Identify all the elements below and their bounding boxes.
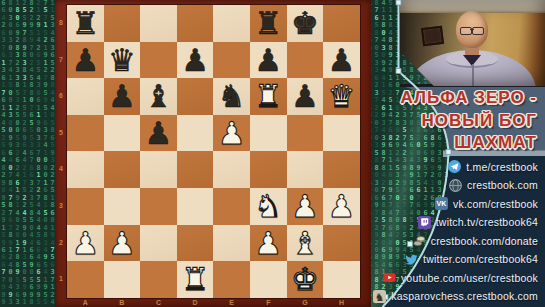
white-pawn-piece: ♟ — [250, 225, 287, 262]
square-e1[interactable] — [213, 261, 250, 298]
file-label-g: G — [287, 299, 324, 306]
square-d8[interactable] — [177, 5, 214, 42]
square-d3[interactable] — [177, 188, 214, 225]
square-c6[interactable]: ♝ — [140, 78, 177, 115]
square-e3[interactable] — [213, 188, 250, 225]
square-e7[interactable] — [213, 42, 250, 79]
square-h2[interactable] — [323, 225, 360, 262]
square-g4[interactable] — [287, 151, 324, 188]
link-row-crestbook-com-donate[interactable]: crestbook.com/donate — [378, 232, 545, 249]
matrix-background-left: 6812827160852151430522752069991360975154… — [0, 0, 56, 307]
white-queen-piece: ♛ — [323, 78, 360, 115]
square-b3[interactable] — [104, 188, 141, 225]
file-label-a: A — [67, 299, 104, 306]
square-f4[interactable] — [250, 151, 287, 188]
square-f3[interactable]: ♞ — [250, 188, 287, 225]
square-f7[interactable]: ♟ — [250, 42, 287, 79]
knight-logo-icon: ♞ — [373, 290, 386, 303]
black-queen-piece: ♛ — [104, 42, 141, 79]
file-label-h: H — [323, 299, 360, 306]
square-b7[interactable]: ♛ — [104, 42, 141, 79]
square-h3[interactable]: ♟ — [323, 188, 360, 225]
rank-label-6: 6 — [55, 92, 67, 99]
square-a2[interactable]: ♟ — [67, 225, 104, 262]
title-line-2: НОВЫЙ БОГ — [387, 110, 537, 133]
rank-label-5: 5 — [55, 129, 67, 136]
square-g2[interactable]: ♝ — [287, 225, 324, 262]
link-label: kasparovchess.crestbook.com — [391, 290, 538, 302]
square-h6[interactable]: ♛ — [323, 78, 360, 115]
svg-text:♞: ♞ — [375, 291, 385, 303]
link-label: twitter.com/crestbook64 — [423, 253, 538, 265]
square-d4[interactable] — [177, 151, 214, 188]
social-links-list: t.me/crestbookcrestbook.comVKvk.com/cres… — [378, 158, 545, 305]
rank-label-1: 1 — [55, 275, 67, 282]
black-pawn-piece: ♟ — [177, 42, 214, 79]
link-label: twitch.tv/crestbook64 — [436, 216, 538, 228]
black-king-piece: ♚ — [287, 5, 324, 42]
square-d7[interactable]: ♟ — [177, 42, 214, 79]
square-h1[interactable] — [323, 261, 360, 298]
square-b8[interactable] — [104, 5, 141, 42]
square-a5[interactable] — [67, 115, 104, 152]
square-b6[interactable]: ♟ — [104, 78, 141, 115]
white-pawn-piece: ♟ — [287, 188, 324, 225]
black-pawn-piece: ♟ — [67, 42, 104, 79]
white-pawn-piece: ♟ — [213, 115, 250, 152]
link-row-kasparovchess-crestbook-com[interactable]: ♞kasparovchess.crestbook.com — [378, 288, 545, 305]
square-a7[interactable]: ♟ — [67, 42, 104, 79]
vk-icon: VK — [435, 197, 448, 210]
square-c7[interactable] — [140, 42, 177, 79]
black-knight-piece: ♞ — [213, 78, 250, 115]
link-label: crestbook.com — [467, 179, 538, 191]
donate-coins-icon — [413, 234, 426, 247]
chess-board: ♜♜♚♟♛♟♟♟♟♝♞♜♟♛♟♟♞♟♟♟♟♟♝♜♚ 87654321ABCDEF… — [55, 0, 371, 307]
square-e5[interactable]: ♟ — [213, 115, 250, 152]
square-g3[interactable]: ♟ — [287, 188, 324, 225]
square-f8[interactable]: ♜ — [250, 5, 287, 42]
square-c5[interactable]: ♟ — [140, 115, 177, 152]
square-h8[interactable] — [323, 5, 360, 42]
white-rook-piece: ♜ — [250, 78, 287, 115]
square-g5[interactable] — [287, 115, 324, 152]
square-f6[interactable]: ♜ — [250, 78, 287, 115]
square-d1[interactable]: ♜ — [177, 261, 214, 298]
link-row-vk-com-crestbook[interactable]: VKvk.com/crestbook — [378, 195, 545, 212]
square-e8[interactable] — [213, 5, 250, 42]
title-line-1: АЛЬФА ЗЕРО - — [387, 87, 537, 110]
square-a6[interactable] — [67, 78, 104, 115]
black-rook-piece: ♜ — [250, 5, 287, 42]
file-label-e: E — [213, 299, 250, 306]
square-f5[interactable] — [250, 115, 287, 152]
black-rook-piece: ♜ — [67, 5, 104, 42]
black-pawn-piece: ♟ — [323, 42, 360, 79]
video-title: АЛЬФА ЗЕРО - НОВЫЙ БОГ ШАХМАТ — [387, 87, 545, 155]
link-row-crestbook-com[interactable]: crestbook.com — [378, 177, 545, 194]
youtube-icon — [383, 271, 396, 284]
square-c8[interactable] — [140, 5, 177, 42]
square-e2[interactable] — [213, 225, 250, 262]
white-pawn-piece: ♟ — [104, 225, 141, 262]
white-king-piece: ♚ — [287, 261, 324, 298]
svg-text:VK: VK — [437, 201, 448, 208]
black-pawn-piece: ♟ — [140, 115, 177, 152]
square-b4[interactable] — [104, 151, 141, 188]
square-b5[interactable] — [104, 115, 141, 152]
square-h4[interactable] — [323, 151, 360, 188]
white-bishop-piece: ♝ — [287, 225, 324, 262]
link-label: crestbook.com/donate — [431, 235, 538, 247]
black-pawn-piece: ♟ — [287, 78, 324, 115]
link-row-twitch-tv-crestbook64[interactable]: twitch.tv/crestbook64 — [378, 214, 545, 231]
black-bishop-piece: ♝ — [140, 78, 177, 115]
square-a3[interactable] — [67, 188, 104, 225]
board-squares: ♜♜♚♟♛♟♟♟♟♝♞♜♟♛♟♟♞♟♟♟♟♟♝♜♚ — [67, 5, 360, 298]
black-pawn-piece: ♟ — [104, 78, 141, 115]
square-c3[interactable] — [140, 188, 177, 225]
square-c1[interactable] — [140, 261, 177, 298]
title-line-3: ШАХМАТ — [387, 132, 537, 155]
white-pawn-piece: ♟ — [67, 225, 104, 262]
square-e6[interactable]: ♞ — [213, 78, 250, 115]
link-label: vk.com/crestbook — [453, 198, 538, 210]
rank-label-4: 4 — [55, 165, 67, 172]
black-pawn-piece: ♟ — [250, 42, 287, 79]
file-label-f: F — [250, 299, 287, 306]
square-a1[interactable] — [67, 261, 104, 298]
telegram-icon — [448, 160, 461, 173]
square-b2[interactable]: ♟ — [104, 225, 141, 262]
rank-label-3: 3 — [55, 202, 67, 209]
square-a8[interactable]: ♜ — [67, 5, 104, 42]
twitch-icon — [418, 216, 431, 229]
square-g7[interactable] — [287, 42, 324, 79]
square-d2[interactable] — [177, 225, 214, 262]
rank-label-8: 8 — [55, 19, 67, 26]
square-e4[interactable] — [213, 151, 250, 188]
rank-label-7: 7 — [55, 56, 67, 63]
link-row-twitter-com-crestbook64[interactable]: twitter.com/crestbook64 — [378, 251, 545, 268]
white-rook-piece: ♜ — [177, 261, 214, 298]
square-d6[interactable] — [177, 78, 214, 115]
square-c2[interactable] — [140, 225, 177, 262]
link-label: t.me/crestbook — [466, 161, 538, 173]
square-h7[interactable]: ♟ — [323, 42, 360, 79]
square-d5[interactable] — [177, 115, 214, 152]
webcam-video — [400, 0, 545, 86]
file-label-b: B — [104, 299, 141, 306]
square-b1[interactable] — [104, 261, 141, 298]
file-label-d: D — [177, 299, 214, 306]
globe-icon — [449, 179, 462, 192]
rank-label-2: 2 — [55, 239, 67, 246]
webcam-vignette — [400, 0, 545, 86]
link-label: youtube.com/user/crestbook — [401, 272, 538, 284]
white-pawn-piece: ♟ — [323, 188, 360, 225]
link-row-t-me-crestbook[interactable]: t.me/crestbook — [378, 158, 545, 175]
file-label-c: C — [140, 299, 177, 306]
square-a4[interactable] — [67, 151, 104, 188]
square-h5[interactable] — [323, 115, 360, 152]
square-g8[interactable]: ♚ — [287, 5, 324, 42]
square-g6[interactable]: ♟ — [287, 78, 324, 115]
white-knight-piece: ♞ — [250, 188, 287, 225]
square-f2[interactable]: ♟ — [250, 225, 287, 262]
twitter-icon — [405, 253, 418, 266]
square-g1[interactable]: ♚ — [287, 261, 324, 298]
link-row-youtube-com-user-crestbook[interactable]: youtube.com/user/crestbook — [378, 269, 545, 286]
square-c4[interactable] — [140, 151, 177, 188]
square-f1[interactable] — [250, 261, 287, 298]
